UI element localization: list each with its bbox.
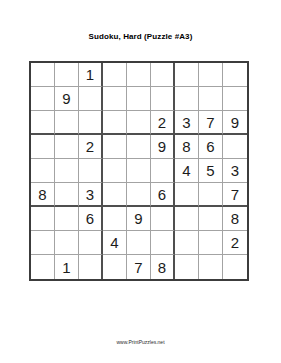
sudoku-cell-r9c9 <box>223 255 247 279</box>
sudoku-cell-r5c1 <box>31 159 55 183</box>
sudoku-cell-r4c7: 8 <box>175 135 199 159</box>
sudoku-cell-r6c1: 8 <box>31 183 55 207</box>
sudoku-cell-r5c6 <box>151 159 175 183</box>
sudoku-cell-r9c6: 8 <box>151 255 175 279</box>
sudoku-cell-r8c4: 4 <box>103 231 127 255</box>
sudoku-cell-r7c6 <box>151 207 175 231</box>
sudoku-cell-r7c8 <box>199 207 223 231</box>
sudoku-cell-r7c7 <box>175 207 199 231</box>
sudoku-cell-r4c8: 6 <box>199 135 223 159</box>
sudoku-cell-r2c3 <box>79 87 103 111</box>
sudoku-cell-r6c5 <box>127 183 151 207</box>
sudoku-cell-r8c6 <box>151 231 175 255</box>
sudoku-cell-r3c3 <box>79 111 103 135</box>
footer-url: www.PrintPuzzles.net <box>0 339 281 345</box>
sudoku-cell-r1c6 <box>151 63 175 87</box>
sudoku-cell-r9c3 <box>79 255 103 279</box>
sudoku-cell-r8c7 <box>175 231 199 255</box>
sudoku-cell-r6c4 <box>103 183 127 207</box>
sudoku-cell-r9c7 <box>175 255 199 279</box>
sudoku-cell-r4c4 <box>103 135 127 159</box>
sudoku-cell-r8c1 <box>31 231 55 255</box>
sudoku-cell-r3c7: 3 <box>175 111 199 135</box>
sudoku-cell-r5c7: 4 <box>175 159 199 183</box>
sudoku-cell-r8c3 <box>79 231 103 255</box>
sudoku-cell-r2c2: 9 <box>55 87 79 111</box>
sudoku-cell-r7c9: 8 <box>223 207 247 231</box>
sudoku-cell-r3c1 <box>31 111 55 135</box>
sudoku-cell-r8c5 <box>127 231 151 255</box>
sudoku-cell-r1c9 <box>223 63 247 87</box>
sudoku-cell-r3c8: 7 <box>199 111 223 135</box>
sudoku-cell-r7c4 <box>103 207 127 231</box>
sudoku-cell-r1c7 <box>175 63 199 87</box>
sudoku-cell-r3c4 <box>103 111 127 135</box>
sudoku-cell-r6c3: 3 <box>79 183 103 207</box>
sudoku-cell-r6c2 <box>55 183 79 207</box>
sudoku-cell-r5c9: 3 <box>223 159 247 183</box>
sudoku-grid: 1923792986453836769842178 <box>29 61 249 281</box>
sudoku-cell-r2c7 <box>175 87 199 111</box>
sudoku-cell-r1c2 <box>55 63 79 87</box>
sudoku-cell-r4c1 <box>31 135 55 159</box>
sudoku-cell-r2c8 <box>199 87 223 111</box>
sudoku-cell-r4c5 <box>127 135 151 159</box>
sudoku-cell-r8c8 <box>199 231 223 255</box>
sudoku-cell-r5c2 <box>55 159 79 183</box>
sudoku-cell-r4c3: 2 <box>79 135 103 159</box>
sudoku-cell-r8c9: 2 <box>223 231 247 255</box>
sudoku-cell-r7c1 <box>31 207 55 231</box>
sudoku-cell-r4c2 <box>55 135 79 159</box>
sudoku-cell-r9c2: 1 <box>55 255 79 279</box>
sudoku-cell-r3c6: 2 <box>151 111 175 135</box>
sudoku-cell-r6c6: 6 <box>151 183 175 207</box>
sudoku-cell-r2c1 <box>31 87 55 111</box>
sudoku-cell-r3c9: 9 <box>223 111 247 135</box>
sudoku-cell-r6c9: 7 <box>223 183 247 207</box>
sudoku-cell-r7c2 <box>55 207 79 231</box>
sudoku-cell-r1c4 <box>103 63 127 87</box>
sudoku-cell-r5c3 <box>79 159 103 183</box>
sudoku-cell-r9c5: 7 <box>127 255 151 279</box>
sudoku-cell-r2c9 <box>223 87 247 111</box>
sudoku-cell-r9c8 <box>199 255 223 279</box>
sudoku-cell-r6c8 <box>199 183 223 207</box>
sudoku-cell-r8c2 <box>55 231 79 255</box>
sudoku-cell-r1c3: 1 <box>79 63 103 87</box>
page-title: Sudoku, Hard (Puzzle #A3) <box>0 32 281 41</box>
sudoku-cell-r2c6 <box>151 87 175 111</box>
sudoku-cell-r6c7 <box>175 183 199 207</box>
sudoku-cell-r1c5 <box>127 63 151 87</box>
sudoku-cell-r4c9 <box>223 135 247 159</box>
sudoku-cell-r5c4 <box>103 159 127 183</box>
sudoku-cell-r2c5 <box>127 87 151 111</box>
sudoku-cell-r5c8: 5 <box>199 159 223 183</box>
sudoku-cell-r9c1 <box>31 255 55 279</box>
sudoku-cell-r1c8 <box>199 63 223 87</box>
sudoku-cell-r3c2 <box>55 111 79 135</box>
sudoku-cell-r9c4 <box>103 255 127 279</box>
sudoku-cell-r2c4 <box>103 87 127 111</box>
sudoku-cell-r3c5 <box>127 111 151 135</box>
sudoku-cell-r7c5: 9 <box>127 207 151 231</box>
sudoku-cell-r1c1 <box>31 63 55 87</box>
sudoku-cell-r5c5 <box>127 159 151 183</box>
sudoku-cell-r4c6: 9 <box>151 135 175 159</box>
printable-sudoku-page: Sudoku, Hard (Puzzle #A3) 19237929864538… <box>0 0 281 363</box>
sudoku-cell-r7c3: 6 <box>79 207 103 231</box>
